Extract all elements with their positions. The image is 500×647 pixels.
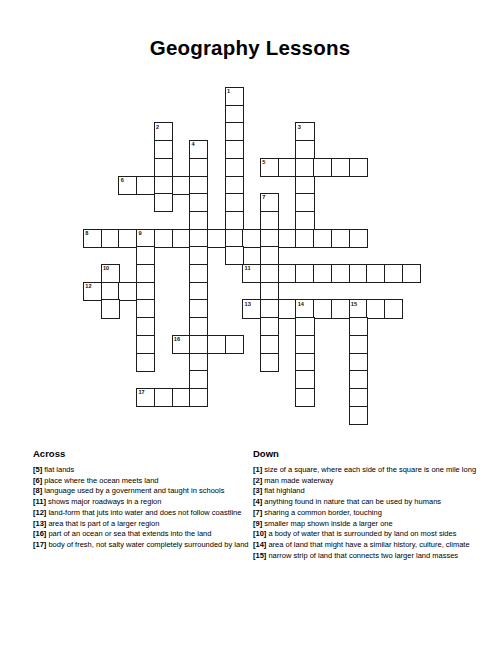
clue-text: part of an ocean or sea that extends int… xyxy=(46,529,211,538)
down-clue: [7] sharing a common border, touching xyxy=(253,508,483,519)
crossword-cell[interactable] xyxy=(295,193,314,212)
crossword-cell[interactable] xyxy=(101,299,120,318)
crossword-cell[interactable] xyxy=(349,388,368,407)
crossword-page: Geography Lessons 1234567891011121314151… xyxy=(0,0,500,647)
crossword-cell[interactable] xyxy=(189,282,208,301)
clue-text: shows major roadways in a region xyxy=(46,497,161,506)
crossword-cell[interactable] xyxy=(366,299,385,318)
crossword-cell[interactable] xyxy=(225,140,244,159)
cell-number: 1 xyxy=(227,88,230,94)
clue-label: [5] xyxy=(33,465,42,474)
crossword-cell[interactable] xyxy=(189,370,208,389)
down-clue: [15] narrow strip of land that connects … xyxy=(253,551,483,562)
crossword-cell[interactable] xyxy=(278,264,297,283)
crossword-cell[interactable] xyxy=(154,229,173,248)
crossword-cell[interactable]: 17 xyxy=(136,388,155,407)
crossword-cell[interactable] xyxy=(225,105,244,124)
crossword-cell[interactable] xyxy=(295,317,314,336)
crossword-cell[interactable] xyxy=(136,299,155,318)
crossword-cell[interactable] xyxy=(313,264,332,283)
crossword-cell[interactable] xyxy=(225,176,244,195)
crossword-cell[interactable]: 16 xyxy=(172,335,191,354)
cell-number: 15 xyxy=(351,301,357,307)
cell-number: 8 xyxy=(85,230,88,236)
crossword-cell[interactable] xyxy=(154,388,173,407)
crossword-cell[interactable] xyxy=(189,193,208,212)
across-clue: [6] place where the ocean meets land xyxy=(33,476,249,487)
crossword-grid: 1234567891011121314151617 xyxy=(83,87,420,424)
crossword-cell[interactable] xyxy=(331,158,350,177)
crossword-cell[interactable] xyxy=(136,264,155,283)
crossword-cell[interactable]: 1 xyxy=(225,87,244,106)
cell-number: 3 xyxy=(298,124,301,130)
clue-label: [1] xyxy=(253,465,262,474)
clue-text: body of fresh, not salty water completel… xyxy=(46,540,248,549)
cell-number: 14 xyxy=(298,301,304,307)
down-clue: [14] area of land that might have a simi… xyxy=(253,540,483,551)
crossword-cell[interactable] xyxy=(136,176,155,195)
crossword-cell[interactable] xyxy=(101,282,120,301)
crossword-cell[interactable] xyxy=(384,264,403,283)
cell-number: 5 xyxy=(262,159,265,165)
clue-text: anything found in nature that can be use… xyxy=(262,497,441,506)
crossword-cell[interactable]: 4 xyxy=(189,140,208,159)
cell-number: 4 xyxy=(191,141,194,147)
crossword-cell[interactable] xyxy=(295,140,314,159)
clue-text: language used by a government and taught… xyxy=(42,486,224,495)
crossword-cell[interactable] xyxy=(118,229,137,248)
crossword-cell[interactable] xyxy=(260,211,279,230)
down-clue: [4] anything found in nature that can be… xyxy=(253,497,483,508)
crossword-cell[interactable] xyxy=(349,353,368,372)
clue-label: [17] xyxy=(33,540,46,549)
across-clue: [5] flat lands xyxy=(33,465,249,476)
crossword-cell[interactable] xyxy=(242,229,261,248)
clue-text: size of a square, where each side of the… xyxy=(262,465,476,474)
clue-text: man made waterway xyxy=(262,476,333,485)
crossword-cell[interactable] xyxy=(136,282,155,301)
across-header: Across xyxy=(33,448,249,459)
crossword-cell[interactable]: 9 xyxy=(136,229,155,248)
across-clues: Across [5] flat lands[6] place where the… xyxy=(33,448,249,551)
crossword-cell[interactable] xyxy=(172,176,191,195)
crossword-cell[interactable] xyxy=(349,229,368,248)
clue-text: flat lands xyxy=(42,465,74,474)
crossword-cell[interactable] xyxy=(349,158,368,177)
crossword-cell[interactable] xyxy=(189,388,208,407)
crossword-cell[interactable] xyxy=(189,353,208,372)
crossword-cell[interactable] xyxy=(331,229,350,248)
across-clue: [17] body of fresh, not salty water comp… xyxy=(33,540,249,551)
crossword-cell[interactable] xyxy=(331,264,350,283)
crossword-cell[interactable] xyxy=(136,335,155,354)
down-clue: [9] smaller map shown inside a larger on… xyxy=(253,519,483,530)
clue-text: sharing a common border, touching xyxy=(262,508,382,517)
down-clue: [1] size of a square, where each side of… xyxy=(253,465,483,476)
crossword-cell[interactable] xyxy=(260,299,279,318)
clue-label: [16] xyxy=(33,529,46,538)
cell-number: 9 xyxy=(138,230,141,236)
crossword-cell[interactable]: 15 xyxy=(349,299,368,318)
crossword-cell[interactable] xyxy=(313,158,332,177)
crossword-cell[interactable] xyxy=(260,282,279,301)
clue-text: place where the ocean meets land xyxy=(42,476,158,485)
cell-number: 10 xyxy=(103,265,109,271)
crossword-cell[interactable]: 12 xyxy=(83,282,102,301)
puzzle-title: Geography Lessons xyxy=(0,36,500,60)
clue-text: flat highland xyxy=(262,486,305,495)
crossword-cell[interactable] xyxy=(260,264,279,283)
crossword-cell[interactable] xyxy=(295,335,314,354)
clue-label: [14] xyxy=(253,540,266,549)
clue-text: area that is part of a larger region xyxy=(46,519,159,528)
crossword-cell[interactable] xyxy=(189,264,208,283)
clue-text: narrow strip of land that connects two l… xyxy=(266,551,458,560)
across-clue-list: [5] flat lands[6] place where the ocean … xyxy=(33,465,249,551)
crossword-cell[interactable] xyxy=(189,211,208,230)
cell-number: 2 xyxy=(156,124,159,130)
crossword-cell[interactable] xyxy=(225,335,244,354)
crossword-cell[interactable] xyxy=(172,388,191,407)
crossword-cell[interactable] xyxy=(172,229,191,248)
crossword-cell[interactable] xyxy=(189,176,208,195)
clue-label: [3] xyxy=(253,486,262,495)
clue-label: [4] xyxy=(253,497,262,506)
crossword-cell[interactable]: 3 xyxy=(295,122,314,141)
crossword-cell[interactable] xyxy=(225,229,244,248)
clue-label: [7] xyxy=(253,508,262,517)
crossword-cell[interactable] xyxy=(295,264,314,283)
crossword-cell[interactable] xyxy=(349,317,368,336)
crossword-cell[interactable] xyxy=(295,353,314,372)
down-clue: [2] man made waterway xyxy=(253,476,483,487)
cell-number: 6 xyxy=(121,177,124,183)
crossword-cell[interactable] xyxy=(260,335,279,354)
across-clue: [13] area that is part of a larger regio… xyxy=(33,519,249,530)
crossword-cell[interactable] xyxy=(260,353,279,372)
crossword-cell[interactable]: 10 xyxy=(101,264,120,283)
clue-label: [11] xyxy=(33,497,46,506)
crossword-cell[interactable] xyxy=(278,299,297,318)
crossword-cell[interactable] xyxy=(154,193,173,212)
crossword-cell[interactable]: 11 xyxy=(242,264,261,283)
crossword-cell[interactable]: 2 xyxy=(154,122,173,141)
down-clues: Down [1] size of a square, where each si… xyxy=(253,448,483,561)
clue-label: [10] xyxy=(253,529,266,538)
crossword-cell[interactable] xyxy=(136,246,155,265)
down-header: Down xyxy=(253,448,483,459)
cell-number: 7 xyxy=(262,194,265,200)
crossword-cell[interactable] xyxy=(154,140,173,159)
crossword-cell[interactable] xyxy=(207,335,226,354)
crossword-cell[interactable] xyxy=(189,299,208,318)
crossword-cell[interactable] xyxy=(189,158,208,177)
clue-text: area of land that might have a similar h… xyxy=(266,540,469,549)
across-clue: [12] land-form that juts into water and … xyxy=(33,508,249,519)
across-clue: [16] part of an ocean or sea that extend… xyxy=(33,529,249,540)
crossword-cell[interactable] xyxy=(295,176,314,195)
clue-text: smaller map shown inside a larger one xyxy=(262,519,392,528)
crossword-cell[interactable] xyxy=(101,229,120,248)
crossword-cell[interactable]: 7 xyxy=(260,193,279,212)
clue-label: [6] xyxy=(33,476,42,485)
crossword-cell[interactable]: 14 xyxy=(295,299,314,318)
clue-label: [2] xyxy=(253,476,262,485)
crossword-cell[interactable] xyxy=(349,264,368,283)
cell-number: 16 xyxy=(174,336,180,342)
crossword-cell[interactable] xyxy=(189,317,208,336)
crossword-cell[interactable] xyxy=(225,193,244,212)
crossword-cell[interactable] xyxy=(154,158,173,177)
crossword-cell[interactable]: 5 xyxy=(260,158,279,177)
down-clue: [3] flat highland xyxy=(253,486,483,497)
crossword-cell[interactable]: 13 xyxy=(242,299,261,318)
crossword-cell[interactable] xyxy=(136,353,155,372)
crossword-cell[interactable] xyxy=(260,317,279,336)
crossword-cell[interactable] xyxy=(278,158,297,177)
down-clue-list: [1] size of a square, where each side of… xyxy=(253,465,483,561)
crossword-cell[interactable] xyxy=(189,335,208,354)
cell-number: 13 xyxy=(245,301,251,307)
crossword-cell[interactable] xyxy=(384,299,403,318)
crossword-cell[interactable] xyxy=(349,406,368,425)
crossword-cell[interactable] xyxy=(295,211,314,230)
crossword-cell[interactable] xyxy=(225,158,244,177)
crossword-cell[interactable] xyxy=(331,299,350,318)
crossword-cell[interactable] xyxy=(295,229,314,248)
crossword-cell[interactable]: 8 xyxy=(83,229,102,248)
crossword-cell[interactable] xyxy=(118,282,137,301)
down-clue: [10] a body of water that is surrounded … xyxy=(253,529,483,540)
crossword-cell[interactable] xyxy=(260,229,279,248)
crossword-cell[interactable] xyxy=(225,211,244,230)
clue-label: [13] xyxy=(33,519,46,528)
crossword-cell[interactable] xyxy=(189,246,208,265)
clue-text: a body of water that is surrounded by la… xyxy=(266,529,456,538)
crossword-cell[interactable] xyxy=(154,176,173,195)
crossword-cell[interactable] xyxy=(349,335,368,354)
clue-text: land-form that juts into water and does … xyxy=(46,508,241,517)
crossword-cell[interactable] xyxy=(225,246,244,265)
crossword-cell[interactable] xyxy=(313,299,332,318)
crossword-cell[interactable]: 6 xyxy=(118,176,137,195)
crossword-cell[interactable] xyxy=(225,122,244,141)
clue-label: [9] xyxy=(253,519,262,528)
crossword-cell[interactable] xyxy=(278,229,297,248)
clue-label: [8] xyxy=(33,486,42,495)
crossword-cell[interactable] xyxy=(295,388,314,407)
crossword-cell[interactable] xyxy=(189,229,208,248)
across-clue: [11] shows major roadways in a region xyxy=(33,497,249,508)
clue-label: [12] xyxy=(33,508,46,517)
cell-number: 17 xyxy=(138,389,144,395)
crossword-cell[interactable] xyxy=(313,229,332,248)
crossword-cell[interactable] xyxy=(295,158,314,177)
crossword-cell[interactable] xyxy=(349,370,368,389)
crossword-cell[interactable] xyxy=(295,370,314,389)
cell-number: 11 xyxy=(245,265,251,271)
crossword-cell[interactable] xyxy=(260,246,279,265)
across-clue: [8] language used by a government and ta… xyxy=(33,486,249,497)
crossword-cell[interactable] xyxy=(402,264,421,283)
crossword-cell[interactable] xyxy=(136,317,155,336)
cell-number: 12 xyxy=(85,283,91,289)
crossword-cell[interactable] xyxy=(366,264,385,283)
clue-label: [15] xyxy=(253,551,266,560)
crossword-cell[interactable] xyxy=(207,229,226,248)
